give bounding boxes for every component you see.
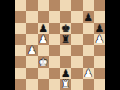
square-b7[interactable] — [26, 11, 37, 22]
square-h4[interactable] — [94, 45, 105, 56]
square-e5[interactable]: ♜ — [60, 34, 71, 45]
piece-white-pawn: ♟ — [95, 34, 104, 44]
square-d4[interactable] — [49, 45, 60, 56]
square-g3[interactable] — [83, 56, 94, 67]
left-letterbox-bar — [0, 0, 15, 90]
square-f4[interactable] — [71, 45, 82, 56]
piece-black-pawn: ♟ — [95, 23, 104, 33]
piece-black-king: ♚ — [61, 23, 70, 33]
square-b1[interactable] — [26, 79, 37, 90]
square-a8[interactable] — [15, 0, 26, 11]
square-b4[interactable]: ♟ — [26, 45, 37, 56]
square-d8[interactable] — [49, 0, 60, 11]
square-h8[interactable] — [94, 0, 105, 11]
square-c1[interactable] — [38, 79, 49, 90]
square-a2[interactable] — [15, 68, 26, 79]
square-h6[interactable]: ♟ — [94, 23, 105, 34]
square-d6[interactable] — [49, 23, 60, 34]
square-c4[interactable] — [38, 45, 49, 56]
square-h5[interactable]: ♟ — [94, 34, 105, 45]
piece-black-pawn: ♟ — [61, 68, 70, 78]
square-g8[interactable] — [83, 0, 94, 11]
square-g2[interactable]: ♟ — [83, 68, 94, 79]
square-e3[interactable] — [60, 56, 71, 67]
piece-black-pawn: ♟ — [38, 23, 47, 33]
piece-black-pawn: ♟ — [83, 11, 92, 21]
square-g7[interactable]: ♟ — [83, 11, 94, 22]
square-a6[interactable] — [15, 23, 26, 34]
square-e1[interactable]: ♜ — [60, 79, 71, 90]
square-a4[interactable] — [15, 45, 26, 56]
square-f7[interactable] — [71, 11, 82, 22]
square-h7[interactable] — [94, 11, 105, 22]
square-a3[interactable] — [15, 56, 26, 67]
square-c6[interactable]: ♟ — [38, 23, 49, 34]
square-c7[interactable] — [38, 11, 49, 22]
right-letterbox-bar — [105, 0, 120, 90]
piece-white-pawn: ♟ — [27, 45, 36, 55]
square-g1[interactable] — [83, 79, 94, 90]
piece-white-rook: ♜ — [61, 79, 70, 89]
square-a5[interactable] — [15, 34, 26, 45]
square-d2[interactable] — [49, 68, 60, 79]
square-b6[interactable] — [26, 23, 37, 34]
square-g6[interactable] — [83, 23, 94, 34]
chessboard: ♟♟♚♟♟♜♟♟♚♟♟♜ — [15, 0, 105, 90]
square-g4[interactable] — [83, 45, 94, 56]
square-b5[interactable] — [26, 34, 37, 45]
square-c3[interactable]: ♚ — [38, 56, 49, 67]
square-b3[interactable] — [26, 56, 37, 67]
square-e4[interactable] — [60, 45, 71, 56]
square-a1[interactable] — [15, 79, 26, 90]
square-c5[interactable]: ♟ — [38, 34, 49, 45]
screenshot-frame: ♟♟♚♟♟♜♟♟♚♟♟♜ — [0, 0, 120, 90]
square-a7[interactable] — [15, 11, 26, 22]
square-d5[interactable] — [49, 34, 60, 45]
square-f6[interactable] — [71, 23, 82, 34]
square-b2[interactable] — [26, 68, 37, 79]
square-h2[interactable] — [94, 68, 105, 79]
square-e8[interactable] — [60, 0, 71, 11]
square-f2[interactable] — [71, 68, 82, 79]
square-d3[interactable] — [49, 56, 60, 67]
piece-white-pawn: ♟ — [83, 68, 92, 78]
square-e7[interactable] — [60, 11, 71, 22]
piece-black-rook: ♜ — [61, 34, 70, 44]
square-e6[interactable]: ♚ — [60, 23, 71, 34]
square-c8[interactable] — [38, 0, 49, 11]
square-d7[interactable] — [49, 11, 60, 22]
square-b8[interactable] — [26, 0, 37, 11]
square-f1[interactable] — [71, 79, 82, 90]
square-f3[interactable] — [71, 56, 82, 67]
square-h3[interactable] — [94, 56, 105, 67]
square-h1[interactable] — [94, 79, 105, 90]
piece-white-king: ♚ — [38, 56, 47, 66]
square-f5[interactable] — [71, 34, 82, 45]
square-c2[interactable] — [38, 68, 49, 79]
square-e2[interactable]: ♟ — [60, 68, 71, 79]
square-f8[interactable] — [71, 0, 82, 11]
square-g5[interactable] — [83, 34, 94, 45]
piece-white-pawn: ♟ — [38, 34, 47, 44]
square-d1[interactable] — [49, 79, 60, 90]
